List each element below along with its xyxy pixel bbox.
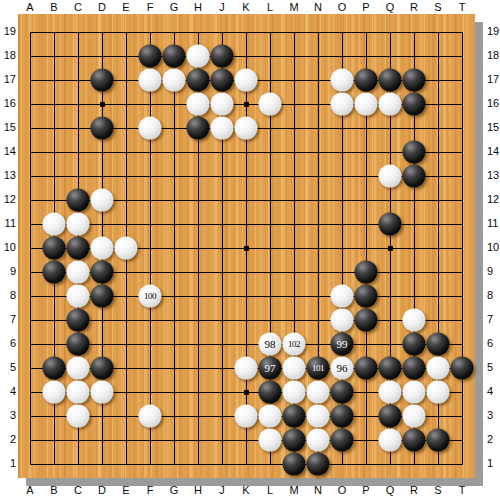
- coord-label-left-3: 3: [0, 409, 16, 422]
- coord-label-left-12: 12: [0, 193, 16, 206]
- coord-label-top-h: H: [189, 1, 207, 14]
- stone-black-m3: [283, 405, 306, 428]
- coord-label-right-15: 15: [487, 121, 500, 134]
- coord-label-bottom-f: F: [141, 484, 159, 497]
- coord-label-top-b: B: [45, 1, 63, 14]
- stone-black-s6: [427, 333, 450, 356]
- stone-white-l6: 98: [259, 333, 282, 356]
- coord-label-bottom-a: A: [21, 484, 39, 497]
- coord-label-top-p: P: [357, 1, 375, 14]
- stone-black-d15: [91, 117, 114, 140]
- stone-black-p9: [355, 261, 378, 284]
- stone-white-q2: [379, 429, 402, 452]
- stone-white-r4: [403, 381, 426, 404]
- stone-white-c9: [67, 261, 90, 284]
- coord-label-left-1: 1: [0, 457, 16, 470]
- stone-white-c4: [67, 381, 90, 404]
- stone-white-j15: [211, 117, 234, 140]
- coord-label-top-l: L: [261, 1, 279, 14]
- stone-black-j18: [211, 45, 234, 68]
- stone-black-b5: [43, 357, 66, 380]
- stone-black-m2: [283, 429, 306, 452]
- coord-label-right-1: 1: [487, 457, 500, 470]
- coord-label-left-7: 7: [0, 313, 16, 326]
- coord-label-right-19: 19: [487, 25, 500, 38]
- stone-white-l2: [259, 429, 282, 452]
- coord-label-right-6: 6: [487, 337, 500, 350]
- stone-white-f17: [139, 69, 162, 92]
- stone-white-c5: [67, 357, 90, 380]
- star-point: [100, 102, 105, 107]
- stone-white-f3: [139, 405, 162, 428]
- star-point: [244, 246, 249, 251]
- coord-label-left-6: 6: [0, 337, 16, 350]
- stone-black-o6: 99: [331, 333, 354, 356]
- coord-label-left-11: 11: [0, 217, 16, 230]
- coord-label-right-11: 11: [487, 217, 500, 230]
- coord-label-bottom-m: M: [285, 484, 303, 497]
- coord-label-left-17: 17: [0, 73, 16, 86]
- coord-label-left-14: 14: [0, 145, 16, 158]
- coord-label-bottom-n: N: [309, 484, 327, 497]
- coord-label-right-3: 3: [487, 409, 500, 422]
- coord-label-bottom-g: G: [165, 484, 183, 497]
- coord-label-top-a: A: [21, 1, 39, 14]
- coord-label-bottom-d: D: [93, 484, 111, 497]
- go-game-screen: 10098102999710196 AABBCCDDEEFFGGHHJJKKLL…: [0, 0, 500, 500]
- coord-label-left-5: 5: [0, 361, 16, 374]
- stone-black-n1: [307, 453, 330, 476]
- move-number-label: 99: [337, 333, 348, 356]
- stone-white-g17: [163, 69, 186, 92]
- stone-white-l3: [259, 405, 282, 428]
- stone-white-o5: 96: [331, 357, 354, 380]
- stone-black-d8: [91, 285, 114, 308]
- coord-label-bottom-s: S: [429, 484, 447, 497]
- stone-white-o8: [331, 285, 354, 308]
- stone-black-d5: [91, 357, 114, 380]
- stone-white-c11: [67, 213, 90, 236]
- coord-label-bottom-t: T: [453, 484, 471, 497]
- stone-white-k5: [235, 357, 258, 380]
- stone-black-r5: [403, 357, 426, 380]
- move-number-label: 100: [144, 285, 156, 308]
- stone-black-b10: [43, 237, 66, 260]
- coord-label-top-j: J: [213, 1, 231, 14]
- stone-white-o7: [331, 309, 354, 332]
- move-number-label: 102: [288, 333, 300, 356]
- stone-white-j16: [211, 93, 234, 116]
- coord-label-bottom-b: B: [45, 484, 63, 497]
- coord-label-top-e: E: [117, 1, 135, 14]
- stone-black-r14: [403, 141, 426, 164]
- coord-label-left-19: 19: [0, 25, 16, 38]
- stone-black-r17: [403, 69, 426, 92]
- coord-label-top-s: S: [429, 1, 447, 14]
- coord-label-bottom-r: R: [405, 484, 423, 497]
- coord-label-right-4: 4: [487, 385, 500, 398]
- stone-white-m5: [283, 357, 306, 380]
- coord-label-right-10: 10: [487, 241, 500, 254]
- stone-white-r3: [403, 405, 426, 428]
- stone-white-l16: [259, 93, 282, 116]
- stone-white-k15: [235, 117, 258, 140]
- stone-black-f18: [139, 45, 162, 68]
- coord-label-bottom-e: E: [117, 484, 135, 497]
- stone-white-h18: [187, 45, 210, 68]
- coord-label-right-12: 12: [487, 193, 500, 206]
- stone-black-d17: [91, 69, 114, 92]
- stone-black-c12: [67, 189, 90, 212]
- coord-label-bottom-h: H: [189, 484, 207, 497]
- coord-label-right-5: 5: [487, 361, 500, 374]
- coord-label-left-18: 18: [0, 49, 16, 62]
- stone-black-p8: [355, 285, 378, 308]
- coord-label-bottom-j: J: [213, 484, 231, 497]
- stone-black-l5: 97: [259, 357, 282, 380]
- stone-black-s2: [427, 429, 450, 452]
- stone-black-p5: [355, 357, 378, 380]
- coord-label-right-13: 13: [487, 169, 500, 182]
- coord-label-left-9: 9: [0, 265, 16, 278]
- stone-white-q16: [379, 93, 402, 116]
- stone-white-s4: [427, 381, 450, 404]
- stone-white-f8: 100: [139, 285, 162, 308]
- stone-black-q11: [379, 213, 402, 236]
- stone-black-h15: [187, 117, 210, 140]
- coord-label-left-4: 4: [0, 385, 16, 398]
- coord-label-left-8: 8: [0, 289, 16, 302]
- stone-white-d10: [91, 237, 114, 260]
- move-number-label: 101: [312, 357, 324, 380]
- coord-label-top-q: Q: [381, 1, 399, 14]
- coord-label-right-9: 9: [487, 265, 500, 278]
- coord-label-right-2: 2: [487, 433, 500, 446]
- stone-white-b4: [43, 381, 66, 404]
- coord-label-top-g: G: [165, 1, 183, 14]
- stone-black-o4: [331, 381, 354, 404]
- coord-label-top-m: M: [285, 1, 303, 14]
- coord-label-right-7: 7: [487, 313, 500, 326]
- coord-label-left-2: 2: [0, 433, 16, 446]
- star-point: [244, 102, 249, 107]
- coord-label-bottom-o: O: [333, 484, 351, 497]
- stone-white-q4: [379, 381, 402, 404]
- stone-black-o3: [331, 405, 354, 428]
- stone-black-r2: [403, 429, 426, 452]
- coord-label-bottom-k: K: [237, 484, 255, 497]
- stone-white-c8: [67, 285, 90, 308]
- coord-label-bottom-c: C: [69, 484, 87, 497]
- stone-black-q5: [379, 357, 402, 380]
- stone-black-h17: [187, 69, 210, 92]
- coord-label-left-16: 16: [0, 97, 16, 110]
- stone-white-k17: [235, 69, 258, 92]
- coord-label-bottom-p: P: [357, 484, 375, 497]
- coord-label-right-14: 14: [487, 145, 500, 158]
- coord-label-top-t: T: [453, 1, 471, 14]
- stone-black-r16: [403, 93, 426, 116]
- star-point: [244, 390, 249, 395]
- coord-label-top-f: F: [141, 1, 159, 14]
- stone-white-n3: [307, 405, 330, 428]
- stone-white-m4: [283, 381, 306, 404]
- stone-black-d9: [91, 261, 114, 284]
- stone-white-f15: [139, 117, 162, 140]
- coord-label-top-o: O: [333, 1, 351, 14]
- stone-black-r6: [403, 333, 426, 356]
- stone-black-q3: [379, 405, 402, 428]
- coord-label-left-13: 13: [0, 169, 16, 182]
- stone-white-e10: [115, 237, 138, 260]
- coord-label-left-10: 10: [0, 241, 16, 254]
- stone-black-c6: [67, 333, 90, 356]
- stone-white-n4: [307, 381, 330, 404]
- coord-label-top-c: C: [69, 1, 87, 14]
- stone-black-c10: [67, 237, 90, 260]
- coord-label-top-k: K: [237, 1, 255, 14]
- stone-white-s5: [427, 357, 450, 380]
- move-number-label: 98: [265, 333, 276, 356]
- go-board[interactable]: 10098102999710196: [18, 14, 475, 478]
- stone-black-l4: [259, 381, 282, 404]
- move-number-label: 97: [265, 357, 276, 380]
- stone-black-b9: [43, 261, 66, 284]
- stone-white-p16: [355, 93, 378, 116]
- stone-white-o16: [331, 93, 354, 116]
- stone-white-n2: [307, 429, 330, 452]
- coord-label-right-18: 18: [487, 49, 500, 62]
- stone-white-o17: [331, 69, 354, 92]
- stone-white-m6: 102: [283, 333, 306, 356]
- coord-label-right-8: 8: [487, 289, 500, 302]
- stone-black-c7: [67, 309, 90, 332]
- stone-white-d12: [91, 189, 114, 212]
- coord-label-right-16: 16: [487, 97, 500, 110]
- move-number-label: 96: [337, 357, 348, 380]
- coord-label-top-d: D: [93, 1, 111, 14]
- stone-black-j17: [211, 69, 234, 92]
- stone-white-c3: [67, 405, 90, 428]
- stone-black-p17: [355, 69, 378, 92]
- stone-black-q17: [379, 69, 402, 92]
- stone-black-p7: [355, 309, 378, 332]
- coord-label-top-n: N: [309, 1, 327, 14]
- coord-label-bottom-l: L: [261, 484, 279, 497]
- coord-label-right-17: 17: [487, 73, 500, 86]
- stone-black-n5: 101: [307, 357, 330, 380]
- stone-white-b11: [43, 213, 66, 236]
- coord-label-left-15: 15: [0, 121, 16, 134]
- stone-black-r13: [403, 165, 426, 188]
- star-point: [388, 246, 393, 251]
- stone-black-g18: [163, 45, 186, 68]
- stone-white-r7: [403, 309, 426, 332]
- stone-black-o2: [331, 429, 354, 452]
- stone-black-m1: [283, 453, 306, 476]
- stone-white-h16: [187, 93, 210, 116]
- stone-white-k3: [235, 405, 258, 428]
- stone-white-q13: [379, 165, 402, 188]
- coord-label-bottom-q: Q: [381, 484, 399, 497]
- stone-white-d4: [91, 381, 114, 404]
- stone-black-t5: [451, 357, 474, 380]
- coord-label-top-r: R: [405, 1, 423, 14]
